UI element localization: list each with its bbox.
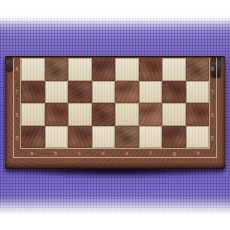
square-c6	[68, 103, 92, 126]
square-e8	[115, 58, 139, 81]
square-h8	[186, 58, 210, 81]
square-d7	[92, 81, 116, 104]
rank-label-left-7: 7	[14, 81, 20, 104]
square-e5	[115, 126, 139, 149]
square-b8	[45, 58, 69, 81]
square-b6	[45, 103, 69, 126]
rank-labels-left: 8765	[14, 58, 20, 149]
file-label-g: g	[163, 149, 187, 157]
rank-label-left-5: 5	[14, 126, 20, 149]
square-e6	[115, 103, 139, 126]
folded-chess-box: abcdefgh 8765 8765	[5, 56, 225, 169]
square-h7	[186, 81, 210, 104]
chess-board	[20, 58, 210, 149]
rank-label-right-6: 6	[209, 104, 216, 127]
square-h6	[186, 103, 210, 126]
file-label-d: d	[91, 149, 115, 157]
square-g5	[162, 126, 186, 149]
square-g7	[162, 81, 186, 104]
square-b5	[45, 126, 69, 149]
square-e7	[115, 81, 139, 104]
rank-label-left-6: 6	[14, 104, 20, 127]
square-c5	[68, 126, 92, 149]
square-f7	[139, 81, 163, 104]
square-d6	[92, 103, 116, 126]
square-c8	[68, 58, 92, 81]
box-bottom-edge	[5, 163, 225, 169]
square-d8	[92, 58, 116, 81]
square-f5	[139, 126, 163, 149]
square-a5	[21, 126, 45, 149]
rank-label-right-5: 5	[209, 126, 216, 149]
square-d5	[92, 126, 116, 149]
file-label-b: b	[44, 149, 68, 157]
square-f6	[139, 103, 163, 126]
square-a7	[21, 81, 45, 104]
file-label-e: e	[115, 149, 139, 157]
file-label-a: a	[20, 149, 44, 157]
square-g8	[162, 58, 186, 81]
rank-label-left-8: 8	[14, 58, 20, 81]
square-g6	[162, 103, 186, 126]
square-c7	[68, 81, 92, 104]
square-a8	[21, 58, 45, 81]
rank-label-right-8: 8	[209, 58, 216, 81]
square-a6	[21, 103, 45, 126]
square-b7	[45, 81, 69, 104]
file-label-c: c	[68, 149, 92, 157]
file-label-h: h	[186, 149, 210, 157]
board-frame: abcdefgh 8765 8765	[13, 58, 217, 158]
hinge-left-icon	[6, 57, 13, 72]
rank-label-right-7: 7	[209, 81, 216, 104]
square-h5	[186, 126, 210, 149]
file-labels: abcdefgh	[20, 149, 210, 157]
photo-scene: abcdefgh 8765 8765	[0, 0, 230, 230]
square-f8	[139, 58, 163, 81]
rank-labels-right: 8765	[209, 58, 216, 149]
file-label-f: f	[139, 149, 163, 157]
